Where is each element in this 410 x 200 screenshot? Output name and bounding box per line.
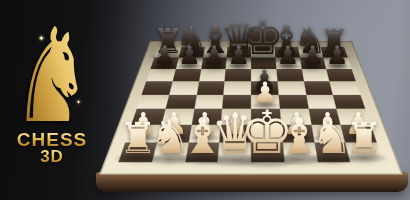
square-g5[interactable] bbox=[303, 81, 333, 94]
app-banner: ♞ ✦ ✦ CHESS 3D ♜♞♝♛♚♝♞♜♟♟♟♟♟♟♟♟♟♟♟♟♟♟♟♟♜… bbox=[0, 0, 410, 200]
square-f6[interactable] bbox=[276, 69, 303, 81]
sparkle-icon: ✦ bbox=[38, 34, 45, 43]
square-h5[interactable] bbox=[330, 81, 361, 94]
piece-black-pawn-b7[interactable]: ♟ bbox=[178, 42, 201, 68]
sparkle-icon: ✦ bbox=[76, 98, 81, 105]
board-rim bbox=[96, 172, 408, 192]
square-d5[interactable] bbox=[224, 81, 251, 94]
knight-logo-icon: ♞ bbox=[12, 10, 92, 140]
square-a5[interactable] bbox=[142, 81, 173, 94]
square-f5[interactable] bbox=[277, 81, 305, 94]
square-h6[interactable] bbox=[326, 69, 355, 81]
square-c6[interactable] bbox=[199, 69, 226, 81]
square-b5[interactable] bbox=[169, 81, 199, 94]
piece-black-pawn-f7[interactable]: ♟ bbox=[276, 42, 299, 68]
piece-black-pawn-h7[interactable]: ♟ bbox=[326, 42, 349, 68]
square-c5[interactable] bbox=[196, 81, 224, 94]
piece-black-pawn-g7[interactable]: ♟ bbox=[301, 42, 324, 68]
piece-black-pawn-c7[interactable]: ♟ bbox=[203, 42, 226, 68]
app-title-3d: 3D bbox=[0, 148, 104, 165]
piece-black-pawn-d7[interactable]: ♟ bbox=[227, 42, 250, 68]
square-d6[interactable] bbox=[225, 69, 251, 81]
square-a6[interactable] bbox=[146, 69, 175, 81]
piece-black-pawn-a7[interactable]: ♟ bbox=[153, 42, 176, 68]
square-b6[interactable] bbox=[172, 69, 200, 81]
piece-white-rook-h1[interactable]: ♜ bbox=[345, 117, 383, 160]
app-logo: ♞ ✦ ✦ CHESS 3D bbox=[0, 0, 104, 200]
square-g6[interactable] bbox=[301, 69, 329, 81]
